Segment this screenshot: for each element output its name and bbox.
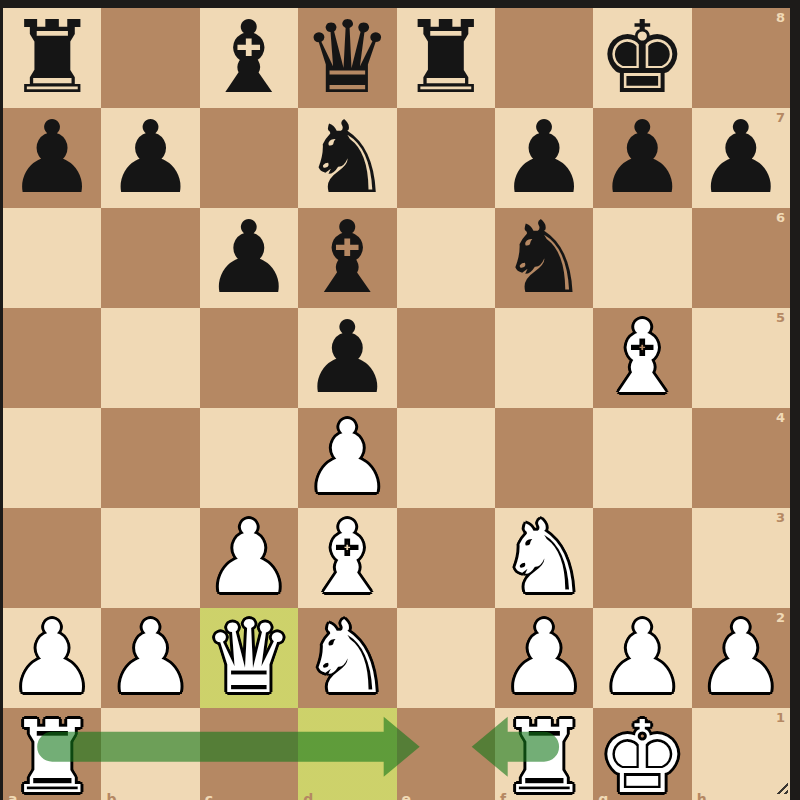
square-d5[interactable]: ♟ [298,308,396,408]
white-knight[interactable]: ♞ [302,608,392,708]
square-a6[interactable] [3,208,101,308]
black-king[interactable]: ♚ [598,8,688,108]
rank-label-2: 2 [776,610,785,625]
black-knight[interactable]: ♞ [499,208,589,308]
white-pawn[interactable]: ♟ [696,608,786,708]
square-d6[interactable]: ♝ [298,208,396,308]
square-e8[interactable]: ♜ [397,8,495,108]
square-g8[interactable]: ♚ [593,8,691,108]
rank-label-6: 6 [776,210,785,225]
square-g7[interactable]: ♟ [593,108,691,208]
rank-label-3: 3 [776,510,785,525]
black-pawn[interactable]: ♟ [696,108,786,208]
black-pawn[interactable]: ♟ [204,208,294,308]
black-bishop[interactable]: ♝ [204,8,294,108]
square-c1[interactable]: c [200,708,298,800]
square-f6[interactable]: ♞ [495,208,593,308]
white-rook[interactable]: ♜ [499,708,589,800]
black-bishop[interactable]: ♝ [302,208,392,308]
square-h4[interactable]: 4 [692,408,790,508]
square-e7[interactable] [397,108,495,208]
white-queen[interactable]: ♛ [204,608,294,708]
square-d2[interactable]: ♞ [298,608,396,708]
square-d1[interactable]: d [298,708,396,800]
rank-label-7: 7 [776,110,785,125]
black-rook[interactable]: ♜ [401,8,491,108]
square-c2[interactable]: ♛ [200,608,298,708]
square-h3[interactable]: 3 [692,508,790,608]
file-label-g: g [598,791,608,800]
square-a5[interactable] [3,308,101,408]
square-a7[interactable]: ♟ [3,108,101,208]
file-label-d: d [303,791,313,800]
rank-label-5: 5 [776,310,785,325]
square-g3[interactable] [593,508,691,608]
file-label-e: e [402,791,412,800]
square-a4[interactable] [3,408,101,508]
square-a1[interactable]: ♜a [3,708,101,800]
white-pawn[interactable]: ♟ [499,608,589,708]
square-f2[interactable]: ♟ [495,608,593,708]
white-rook[interactable]: ♜ [7,708,97,800]
square-b7[interactable]: ♟ [101,108,199,208]
black-pawn[interactable]: ♟ [499,108,589,208]
square-h8[interactable]: 8 [692,8,790,108]
square-e4[interactable] [397,408,495,508]
file-label-b: b [106,791,116,800]
chess-board: ♜♝♛♜♚8♟♟♞♟♟♟7♟♝♞6♟♝5♟4♟♝♞3♟♟♛♞♟♟♟2♜abcde… [3,8,790,796]
square-f3[interactable]: ♞ [495,508,593,608]
file-label-a: a [8,791,17,800]
square-f1[interactable]: ♜f [495,708,593,800]
square-c8[interactable]: ♝ [200,8,298,108]
file-label-h: h [697,791,707,800]
square-b4[interactable] [101,408,199,508]
square-b5[interactable] [101,308,199,408]
square-f5[interactable] [495,308,593,408]
white-pawn[interactable]: ♟ [598,608,688,708]
rank-label-8: 8 [776,10,785,25]
black-knight[interactable]: ♞ [302,108,392,208]
white-bishop[interactable]: ♝ [598,308,688,408]
square-b2[interactable]: ♟ [101,608,199,708]
square-f7[interactable]: ♟ [495,108,593,208]
rank-label-1: 1 [776,710,785,725]
square-d7[interactable]: ♞ [298,108,396,208]
rank-label-4: 4 [776,410,785,425]
square-c6[interactable]: ♟ [200,208,298,308]
square-b1[interactable]: b [101,708,199,800]
white-knight[interactable]: ♞ [499,508,589,608]
square-c3[interactable]: ♟ [200,508,298,608]
black-pawn[interactable]: ♟ [302,308,392,408]
square-c7[interactable] [200,108,298,208]
file-label-c: c [205,791,213,800]
square-d4[interactable]: ♟ [298,408,396,508]
square-b3[interactable] [101,508,199,608]
white-bishop[interactable]: ♝ [302,508,392,608]
square-a8[interactable]: ♜ [3,8,101,108]
square-h5[interactable]: 5 [692,308,790,408]
square-h7[interactable]: ♟7 [692,108,790,208]
square-d8[interactable]: ♛ [298,8,396,108]
square-g2[interactable]: ♟ [593,608,691,708]
board-frame: ♜♝♛♜♚8♟♟♞♟♟♟7♟♝♞6♟♝5♟4♟♝♞3♟♟♛♞♟♟♟2♜abcde… [0,0,800,800]
square-a3[interactable] [3,508,101,608]
square-d3[interactable]: ♝ [298,508,396,608]
square-g1[interactable]: ♚g [593,708,691,800]
square-e1[interactable]: e [397,708,495,800]
square-f4[interactable] [495,408,593,508]
square-h2[interactable]: ♟2 [692,608,790,708]
square-h6[interactable]: 6 [692,208,790,308]
square-h1[interactable]: 1h [692,708,790,800]
white-king[interactable]: ♚ [598,708,688,800]
square-c4[interactable] [200,408,298,508]
white-pawn[interactable]: ♟ [302,408,392,508]
square-e2[interactable] [397,608,495,708]
white-pawn[interactable]: ♟ [7,608,97,708]
square-f8[interactable] [495,8,593,108]
square-e6[interactable] [397,208,495,308]
white-pawn[interactable]: ♟ [106,608,196,708]
black-pawn[interactable]: ♟ [7,108,97,208]
square-g4[interactable] [593,408,691,508]
square-g6[interactable] [593,208,691,308]
square-b6[interactable] [101,208,199,308]
square-c5[interactable] [200,308,298,408]
square-g5[interactable]: ♝ [593,308,691,408]
black-pawn[interactable]: ♟ [106,108,196,208]
white-pawn[interactable]: ♟ [204,508,294,608]
square-b8[interactable] [101,8,199,108]
black-queen[interactable]: ♛ [302,8,392,108]
square-e5[interactable] [397,308,495,408]
black-rook[interactable]: ♜ [7,8,97,108]
file-label-f: f [500,791,506,800]
square-e3[interactable] [397,508,495,608]
square-a2[interactable]: ♟ [3,608,101,708]
black-pawn[interactable]: ♟ [598,108,688,208]
